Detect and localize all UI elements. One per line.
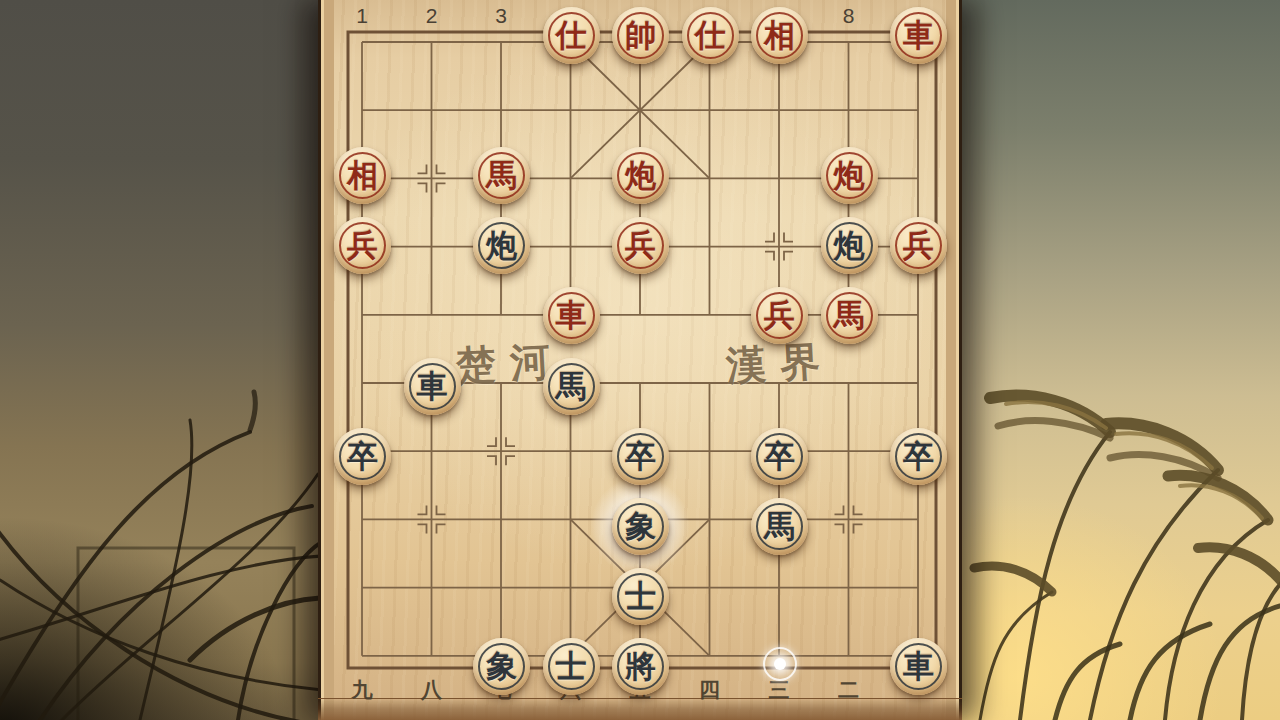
piece-character: 將 [612, 638, 669, 695]
piece-character: 車 [543, 287, 600, 344]
piece-black-advisor[interactable]: 士 [612, 568, 669, 625]
piece-character: 士 [543, 638, 600, 695]
piece-black-soldier[interactable]: 卒 [751, 428, 808, 485]
piece-character: 炮 [821, 217, 878, 274]
piece-character: 車 [404, 358, 461, 415]
piece-red-advisor[interactable]: 仕 [543, 7, 600, 64]
piece-black-chariot[interactable]: 車 [890, 638, 947, 695]
file-label-top: 8 [832, 4, 866, 28]
piece-red-cannon[interactable]: 炮 [612, 147, 669, 204]
piece-red-soldier[interactable]: 兵 [612, 217, 669, 274]
piece-red-chariot[interactable]: 車 [543, 287, 600, 344]
piece-black-elephant[interactable]: 象 [473, 638, 530, 695]
piece-character: 士 [612, 568, 669, 625]
file-label-top: 3 [484, 4, 518, 28]
piece-black-elephant[interactable]: 象 [612, 498, 669, 555]
piece-black-soldier[interactable]: 卒 [890, 428, 947, 485]
piece-black-soldier[interactable]: 卒 [334, 428, 391, 485]
file-label-top: 1 [345, 4, 379, 28]
piece-character: 兵 [751, 287, 808, 344]
piece-character: 仕 [543, 7, 600, 64]
piece-red-general[interactable]: 帥 [612, 7, 669, 64]
piece-character: 兵 [334, 217, 391, 274]
piece-character: 相 [334, 147, 391, 204]
move-hint-dot[interactable] [763, 647, 797, 681]
piece-red-soldier[interactable]: 兵 [751, 287, 808, 344]
file-label-top: 2 [415, 4, 449, 28]
piece-black-horse[interactable]: 馬 [751, 498, 808, 555]
piece-character: 炮 [473, 217, 530, 274]
piece-character: 相 [751, 7, 808, 64]
piece-black-general[interactable]: 將 [612, 638, 669, 695]
piece-red-soldier[interactable]: 兵 [334, 217, 391, 274]
piece-character: 車 [890, 7, 947, 64]
piece-red-elephant[interactable]: 相 [334, 147, 391, 204]
background-grass-left [0, 0, 320, 720]
piece-red-horse[interactable]: 馬 [821, 287, 878, 344]
piece-red-elephant[interactable]: 相 [751, 7, 808, 64]
piece-character: 馬 [473, 147, 530, 204]
piece-black-cannon[interactable]: 炮 [821, 217, 878, 274]
piece-red-chariot[interactable]: 車 [890, 7, 947, 64]
piece-character: 卒 [890, 428, 947, 485]
piece-character: 馬 [751, 498, 808, 555]
piece-character: 馬 [821, 287, 878, 344]
xiangqi-board[interactable]: 楚河 漢界 123456789九八七六五四三二一 仕帥仕相車相馬炮炮兵炮兵炮兵車… [318, 0, 962, 720]
file-label-bottom: 二 [832, 676, 866, 704]
piece-character: 兵 [890, 217, 947, 274]
piece-black-chariot[interactable]: 車 [404, 358, 461, 415]
piece-red-soldier[interactable]: 兵 [890, 217, 947, 274]
piece-black-advisor[interactable]: 士 [543, 638, 600, 695]
piece-character: 象 [612, 498, 669, 555]
piece-character: 象 [473, 638, 530, 695]
piece-character: 帥 [612, 7, 669, 64]
piece-character: 馬 [543, 358, 600, 415]
reeds-silhouette [960, 0, 1280, 720]
piece-black-horse[interactable]: 馬 [543, 358, 600, 415]
piece-red-cannon[interactable]: 炮 [821, 147, 878, 204]
file-label-bottom: 四 [693, 676, 727, 704]
piece-character: 卒 [751, 428, 808, 485]
piece-character: 車 [890, 638, 947, 695]
piece-character: 兵 [612, 217, 669, 274]
piece-character: 卒 [612, 428, 669, 485]
piece-character: 卒 [334, 428, 391, 485]
piece-red-horse[interactable]: 馬 [473, 147, 530, 204]
file-label-bottom: 九 [345, 676, 379, 704]
piece-character: 炮 [821, 147, 878, 204]
piece-character: 炮 [612, 147, 669, 204]
piece-black-cannon[interactable]: 炮 [473, 217, 530, 274]
file-label-bottom: 八 [415, 676, 449, 704]
piece-character: 仕 [682, 7, 739, 64]
piece-black-soldier[interactable]: 卒 [612, 428, 669, 485]
background-reeds-right [960, 0, 1280, 720]
piece-red-advisor[interactable]: 仕 [682, 7, 739, 64]
grass-silhouette [0, 0, 320, 720]
game-screen: 楚河 漢界 123456789九八七六五四三二一 仕帥仕相車相馬炮炮兵炮兵炮兵車… [0, 0, 1280, 720]
